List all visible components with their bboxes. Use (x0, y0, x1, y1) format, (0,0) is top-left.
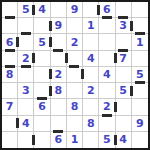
cell-r9c8[interactable]: 4 (116, 132, 132, 148)
cell-r1c9[interactable] (132, 2, 148, 18)
cell-r2c4[interactable]: 9 (51, 18, 67, 34)
cell-r8c7[interactable] (99, 116, 115, 132)
cell-r8c5[interactable] (67, 116, 83, 132)
cell-r3c5[interactable]: 2 (67, 34, 83, 50)
cell-r1c7[interactable]: 6 (99, 2, 115, 18)
given-digit: 6 (103, 4, 111, 15)
cell-r7c9[interactable] (132, 99, 148, 115)
given-digit: 1 (87, 20, 95, 31)
given-digit: 4 (87, 53, 95, 64)
cell-r4c6[interactable]: 4 (83, 51, 99, 67)
cell-r1c2[interactable]: 5 (18, 2, 34, 18)
given-digit: 6 (54, 134, 62, 145)
given-digit: 5 (38, 37, 46, 48)
cell-r9c9[interactable] (132, 132, 148, 148)
cell-r8c4[interactable] (51, 116, 67, 132)
cell-r2c2[interactable] (18, 18, 34, 34)
cell-r3c6[interactable] (83, 34, 99, 50)
cell-r3c9[interactable]: 1 (132, 34, 148, 50)
consecutive-sudoku-board: 549691365212478245382576824896154 (0, 0, 150, 150)
given-digit: 3 (22, 85, 30, 96)
given-digit: 2 (54, 69, 62, 80)
cell-r5c6[interactable] (83, 67, 99, 83)
cell-r3c7[interactable] (99, 34, 115, 50)
cell-r9c6[interactable] (83, 132, 99, 148)
given-digit: 4 (103, 69, 111, 80)
cell-r8c9[interactable]: 9 (132, 116, 148, 132)
cell-r6c3[interactable] (34, 83, 50, 99)
cell-r1c6[interactable] (83, 2, 99, 18)
cell-r3c4[interactable] (51, 34, 67, 50)
given-digit: 3 (119, 20, 127, 31)
given-digit: 8 (71, 101, 79, 112)
cell-r9c1[interactable] (2, 132, 18, 148)
cell-r3c1[interactable]: 6 (2, 34, 18, 50)
given-digit: 9 (71, 4, 79, 15)
given-digit: 5 (119, 85, 127, 96)
cell-r5c2[interactable] (18, 67, 34, 83)
cell-r6c9[interactable] (132, 83, 148, 99)
cell-r8c3[interactable] (34, 116, 50, 132)
cell-r5c1[interactable]: 8 (2, 67, 18, 83)
cell-r4c1[interactable] (2, 51, 18, 67)
cell-r5c9[interactable]: 5 (132, 67, 148, 83)
cell-r7c4[interactable] (51, 99, 67, 115)
cell-r4c2[interactable]: 2 (18, 51, 34, 67)
cell-r2c8[interactable]: 3 (116, 18, 132, 34)
cell-r9c2[interactable] (18, 132, 34, 148)
cell-r4c7[interactable] (99, 51, 115, 67)
cell-r9c5[interactable]: 1 (67, 132, 83, 148)
cell-r7c1[interactable]: 7 (2, 99, 18, 115)
given-digit: 9 (54, 20, 62, 31)
cell-r6c5[interactable] (67, 83, 83, 99)
given-digit: 8 (6, 69, 14, 80)
cell-r4c5[interactable] (67, 51, 83, 67)
cell-r6c1[interactable] (2, 83, 18, 99)
cell-r2c7[interactable] (99, 18, 115, 34)
cell-r7c3[interactable]: 6 (34, 99, 50, 115)
cell-r3c3[interactable]: 5 (34, 34, 50, 50)
given-digit: 8 (87, 118, 95, 129)
given-digit: 2 (103, 101, 111, 112)
cell-r6c2[interactable]: 3 (18, 83, 34, 99)
cell-r1c5[interactable]: 9 (67, 2, 83, 18)
given-digit: 5 (103, 134, 111, 145)
cell-r8c8[interactable] (116, 116, 132, 132)
given-digit: 4 (38, 4, 46, 15)
cell-r6c7[interactable] (99, 83, 115, 99)
cell-r3c2[interactable] (18, 34, 34, 50)
cell-r4c4[interactable] (51, 51, 67, 67)
cell-r7c8[interactable] (116, 99, 132, 115)
given-digit: 5 (22, 4, 30, 15)
given-digit: 4 (22, 118, 30, 129)
given-digit: 2 (71, 37, 79, 48)
cell-r6c4[interactable]: 8 (51, 83, 67, 99)
cell-r6c8[interactable]: 5 (116, 83, 132, 99)
given-digit: 1 (71, 134, 79, 145)
given-digit: 6 (38, 101, 46, 112)
given-digit: 4 (119, 134, 127, 145)
cell-r8c6[interactable]: 8 (83, 116, 99, 132)
cell-r4c9[interactable] (132, 51, 148, 67)
cell-r7c6[interactable] (83, 99, 99, 115)
cell-r7c5[interactable]: 8 (67, 99, 83, 115)
given-digit: 7 (6, 101, 14, 112)
given-digit: 2 (87, 85, 95, 96)
cell-r9c4[interactable]: 6 (51, 132, 67, 148)
cell-r1c1[interactable] (2, 2, 18, 18)
cell-r2c1[interactable] (2, 18, 18, 34)
given-digit: 8 (54, 85, 62, 96)
cell-r9c3[interactable] (34, 132, 50, 148)
cell-r1c4[interactable] (51, 2, 67, 18)
cell-r2c9[interactable] (132, 18, 148, 34)
cell-r7c7[interactable]: 2 (99, 99, 115, 115)
cell-r5c5[interactable] (67, 67, 83, 83)
cell-r9c7[interactable]: 5 (99, 132, 115, 148)
cell-r7c2[interactable] (18, 99, 34, 115)
given-digit: 5 (136, 69, 144, 80)
cell-r8c1[interactable] (2, 116, 18, 132)
cell-r4c8[interactable]: 7 (116, 51, 132, 67)
given-digit: 1 (136, 37, 144, 48)
cell-r2c5[interactable] (67, 18, 83, 34)
cell-r6c6[interactable]: 2 (83, 83, 99, 99)
cell-r2c3[interactable] (34, 18, 50, 34)
cell-r3c8[interactable] (116, 34, 132, 50)
cell-r5c3[interactable] (34, 67, 50, 83)
cell-r5c8[interactable] (116, 67, 132, 83)
cell-r5c4[interactable]: 2 (51, 67, 67, 83)
given-digit: 7 (119, 53, 127, 64)
given-digit: 6 (6, 37, 14, 48)
given-digit: 2 (22, 53, 30, 64)
cell-r5c7[interactable]: 4 (99, 67, 115, 83)
cell-r4c3[interactable] (34, 51, 50, 67)
cell-r1c8[interactable] (116, 2, 132, 18)
given-digit: 9 (136, 118, 144, 129)
cell-r2c6[interactable]: 1 (83, 18, 99, 34)
cell-r1c3[interactable]: 4 (34, 2, 50, 18)
cell-r8c2[interactable]: 4 (18, 116, 34, 132)
